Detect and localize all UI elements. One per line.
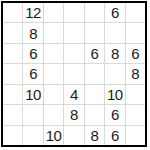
cell-r3c7-clue: 6 xyxy=(126,44,145,63)
cell-r6c4-clue: 8 xyxy=(64,105,83,124)
cell-r1c1[interactable] xyxy=(3,3,22,22)
cell-r1c4[interactable] xyxy=(64,3,83,22)
cell-r4c2-clue: 6 xyxy=(23,64,42,83)
cell-r6c1[interactable] xyxy=(3,105,22,124)
cell-r1c7[interactable] xyxy=(126,3,145,22)
cell-r1c3[interactable] xyxy=(44,3,63,22)
cell-r2c2-clue: 8 xyxy=(23,23,42,42)
cell-r2c4[interactable] xyxy=(64,23,83,42)
cell-r2c3[interactable] xyxy=(44,23,63,42)
cell-r1c5[interactable] xyxy=(85,3,104,22)
cell-r1c6-clue: 6 xyxy=(105,3,124,22)
cell-r7c4[interactable] xyxy=(64,126,83,145)
cell-r4c1[interactable] xyxy=(3,64,22,83)
cell-r3c2-clue: 6 xyxy=(23,44,42,63)
cell-r7c1[interactable] xyxy=(3,126,22,145)
cell-r7c2[interactable] xyxy=(23,126,42,145)
cell-r2c6[interactable] xyxy=(105,23,124,42)
cell-r3c3[interactable] xyxy=(44,44,63,63)
cell-r4c4[interactable] xyxy=(64,64,83,83)
cell-r3c1[interactable] xyxy=(3,44,22,63)
cell-r7c3-clue: 10 xyxy=(44,126,63,145)
cell-r6c2[interactable] xyxy=(23,105,42,124)
cell-r4c6[interactable] xyxy=(105,64,124,83)
cell-r5c4-clue: 4 xyxy=(64,85,83,104)
cell-r6c7[interactable] xyxy=(126,105,145,124)
cell-r4c3[interactable] xyxy=(44,64,63,83)
cell-r7c5-clue: 8 xyxy=(85,126,104,145)
cell-r5c6-clue: 10 xyxy=(105,85,124,104)
cell-r5c3[interactable] xyxy=(44,85,63,104)
cell-r5c5[interactable] xyxy=(85,85,104,104)
cell-r3c4[interactable] xyxy=(64,44,83,63)
puzzle-board: 126866866810410861086 xyxy=(1,1,147,147)
cell-r3c5-clue: 6 xyxy=(85,44,104,63)
cell-r3c6-clue: 8 xyxy=(105,44,124,63)
cell-r4c7-clue: 8 xyxy=(126,64,145,83)
cell-r6c3[interactable] xyxy=(44,105,63,124)
cell-r2c7[interactable] xyxy=(126,23,145,42)
cell-r7c7[interactable] xyxy=(126,126,145,145)
cell-r6c5[interactable] xyxy=(85,105,104,124)
cell-r1c2-clue: 12 xyxy=(23,3,42,22)
cell-r7c6-clue: 6 xyxy=(105,126,124,145)
cell-r5c7[interactable] xyxy=(126,85,145,104)
cell-r6c6-clue: 6 xyxy=(105,105,124,124)
cell-r4c5[interactable] xyxy=(85,64,104,83)
cell-r2c5[interactable] xyxy=(85,23,104,42)
cell-r5c2-clue: 10 xyxy=(23,85,42,104)
cell-r5c1[interactable] xyxy=(3,85,22,104)
cell-r2c1[interactable] xyxy=(3,23,22,42)
